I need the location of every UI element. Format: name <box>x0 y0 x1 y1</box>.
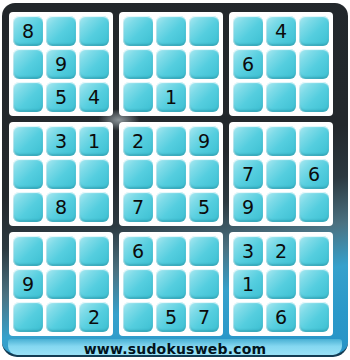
cell-r1c2[interactable] <box>46 16 76 46</box>
cell-r8c2[interactable] <box>46 269 76 299</box>
cell-r7c9[interactable] <box>299 236 329 266</box>
cell-r7c8[interactable]: 2 <box>266 236 296 266</box>
cell-r2c5[interactable] <box>156 49 186 79</box>
cell-r7c7[interactable]: 3 <box>233 236 263 266</box>
cell-r7c4[interactable]: 6 <box>123 236 153 266</box>
cell-r6c2[interactable]: 8 <box>46 192 76 222</box>
cell-r3c4[interactable] <box>123 82 153 112</box>
cell-r9c4[interactable] <box>123 302 153 332</box>
cell-r8c8[interactable] <box>266 269 296 299</box>
cell-r5c5[interactable] <box>156 159 186 189</box>
cell-r4c7[interactable] <box>233 126 263 156</box>
cell-r8c6[interactable] <box>189 269 219 299</box>
block-5: 2975 <box>119 122 223 226</box>
cell-r9c6[interactable]: 7 <box>189 302 219 332</box>
cell-r2c2[interactable]: 9 <box>46 49 76 79</box>
cell-r5c8[interactable] <box>266 159 296 189</box>
cell-r4c2[interactable]: 3 <box>46 126 76 156</box>
cell-r8c1[interactable]: 9 <box>13 269 43 299</box>
cell-r5c6[interactable] <box>189 159 219 189</box>
cell-r9c8[interactable]: 6 <box>266 302 296 332</box>
cell-r7c1[interactable] <box>13 236 43 266</box>
cell-r2c8[interactable] <box>266 49 296 79</box>
cell-r4c9[interactable] <box>299 126 329 156</box>
cell-r3c1[interactable] <box>13 82 43 112</box>
block-9: 3216 <box>229 232 333 336</box>
cell-r3c7[interactable] <box>233 82 263 112</box>
cell-r3c9[interactable] <box>299 82 329 112</box>
cell-r6c6[interactable]: 5 <box>189 192 219 222</box>
block-3: 46 <box>229 12 333 116</box>
cell-r6c5[interactable] <box>156 192 186 222</box>
cell-r8c4[interactable] <box>123 269 153 299</box>
cell-r4c5[interactable] <box>156 126 186 156</box>
cell-r9c7[interactable] <box>233 302 263 332</box>
cell-r6c1[interactable] <box>13 192 43 222</box>
cell-r2c3[interactable] <box>79 49 109 79</box>
cell-r2c6[interactable] <box>189 49 219 79</box>
cell-r9c3[interactable]: 2 <box>79 302 109 332</box>
cell-r5c7[interactable]: 7 <box>233 159 263 189</box>
cell-r4c3[interactable]: 1 <box>79 126 109 156</box>
block-8: 657 <box>119 232 223 336</box>
cell-r8c7[interactable]: 1 <box>233 269 263 299</box>
cell-r6c8[interactable] <box>266 192 296 222</box>
cell-r6c7[interactable]: 9 <box>233 192 263 222</box>
cell-r5c1[interactable] <box>13 159 43 189</box>
cell-r5c3[interactable] <box>79 159 109 189</box>
block-7: 92 <box>9 232 113 336</box>
cell-r8c3[interactable] <box>79 269 109 299</box>
block-6: 769 <box>229 122 333 226</box>
cell-r5c2[interactable] <box>46 159 76 189</box>
block-4: 318 <box>9 122 113 226</box>
cell-r3c5[interactable]: 1 <box>156 82 186 112</box>
cell-r7c6[interactable] <box>189 236 219 266</box>
cell-r6c9[interactable] <box>299 192 329 222</box>
cell-r4c8[interactable] <box>266 126 296 156</box>
cell-r7c2[interactable] <box>46 236 76 266</box>
cell-r8c5[interactable] <box>156 269 186 299</box>
sudoku-board: 89541463182975769926573216 <box>9 12 333 336</box>
cell-r4c4[interactable]: 2 <box>123 126 153 156</box>
cell-r9c9[interactable] <box>299 302 329 332</box>
cell-r2c1[interactable] <box>13 49 43 79</box>
cell-r1c6[interactable] <box>189 16 219 46</box>
cell-r2c9[interactable] <box>299 49 329 79</box>
cell-r1c1[interactable]: 8 <box>13 16 43 46</box>
cell-r2c4[interactable] <box>123 49 153 79</box>
cell-r5c9[interactable]: 6 <box>299 159 329 189</box>
cell-r1c8[interactable]: 4 <box>266 16 296 46</box>
cell-r1c5[interactable] <box>156 16 186 46</box>
cell-r7c5[interactable] <box>156 236 186 266</box>
site-url: www.sudokusweb.com <box>84 341 267 357</box>
cell-r3c6[interactable] <box>189 82 219 112</box>
cell-r3c2[interactable]: 5 <box>46 82 76 112</box>
cell-r6c3[interactable] <box>79 192 109 222</box>
cell-r1c7[interactable] <box>233 16 263 46</box>
cell-r6c4[interactable]: 7 <box>123 192 153 222</box>
cell-r3c3[interactable]: 4 <box>79 82 109 112</box>
cell-r8c9[interactable] <box>299 269 329 299</box>
block-1: 8954 <box>9 12 113 116</box>
cell-r4c6[interactable]: 9 <box>189 126 219 156</box>
cell-r9c2[interactable] <box>46 302 76 332</box>
cell-r1c3[interactable] <box>79 16 109 46</box>
cell-r1c4[interactable] <box>123 16 153 46</box>
cell-r4c1[interactable] <box>13 126 43 156</box>
footer-bar: www.sudokusweb.com <box>8 339 342 355</box>
cell-r3c8[interactable] <box>266 82 296 112</box>
cell-r7c3[interactable] <box>79 236 109 266</box>
cell-r9c1[interactable] <box>13 302 43 332</box>
cell-r1c9[interactable] <box>299 16 329 46</box>
cell-r2c7[interactable]: 6 <box>233 49 263 79</box>
cell-r5c4[interactable] <box>123 159 153 189</box>
block-2: 1 <box>119 12 223 116</box>
cell-r9c5[interactable]: 5 <box>156 302 186 332</box>
